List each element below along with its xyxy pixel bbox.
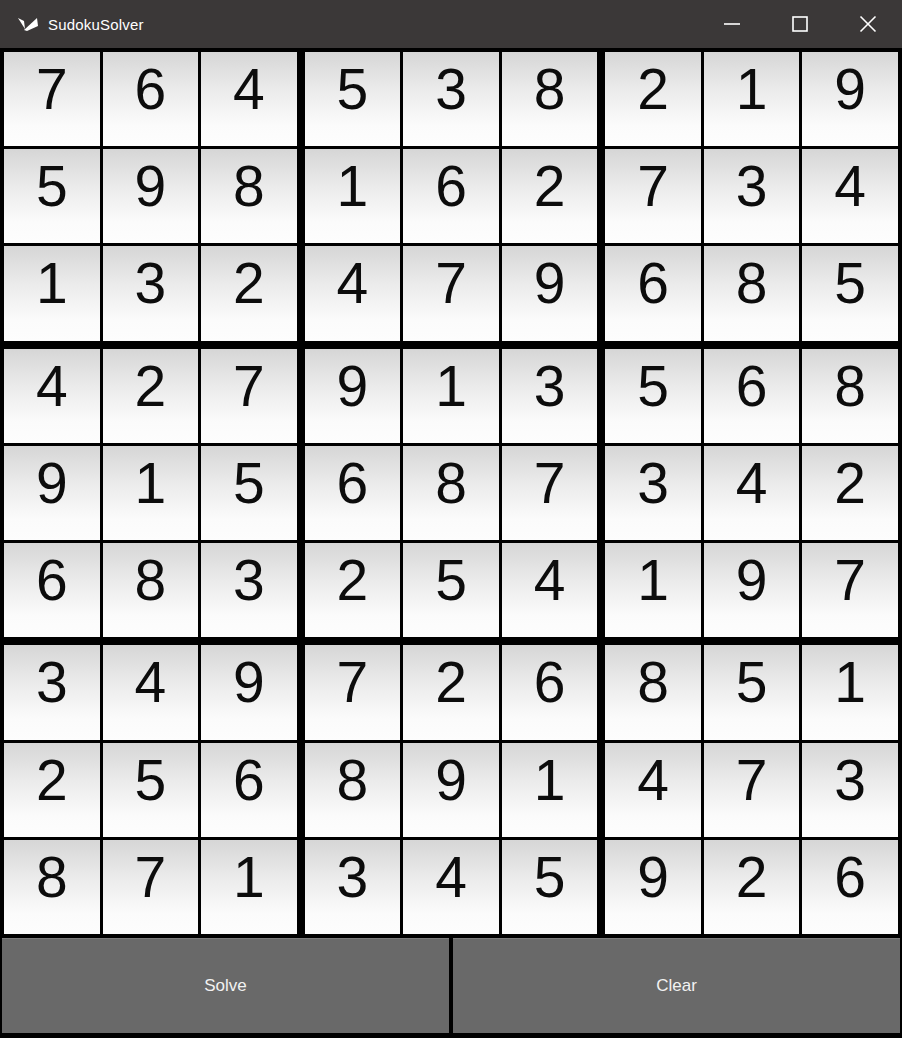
cell-r1c9[interactable]: 9: [802, 52, 898, 146]
cell-r9c9[interactable]: 6: [802, 840, 898, 934]
cell-r6c7[interactable]: 1: [605, 543, 701, 637]
cell-r3c9[interactable]: 5: [802, 246, 898, 340]
cell-r5c4[interactable]: 6: [305, 446, 401, 540]
minimize-button[interactable]: [698, 0, 766, 48]
cell-r3c7[interactable]: 6: [605, 246, 701, 340]
cell-r7c8[interactable]: 5: [704, 645, 800, 739]
cell-r7c3[interactable]: 9: [201, 645, 297, 739]
cell-r6c2[interactable]: 8: [103, 543, 199, 637]
cell-r3c8[interactable]: 8: [704, 246, 800, 340]
cell-r6c6[interactable]: 4: [502, 543, 598, 637]
cell-r1c3[interactable]: 4: [201, 52, 297, 146]
cell-r2c3[interactable]: 8: [201, 149, 297, 243]
cell-r4c6[interactable]: 3: [502, 349, 598, 443]
window-title: SudokuSolver: [48, 16, 144, 33]
cell-r5c2[interactable]: 1: [103, 446, 199, 540]
box-2: 538162479: [305, 52, 598, 341]
window-controls: [698, 0, 902, 48]
button-bar: Solve Clear: [0, 938, 902, 1038]
cell-r8c3[interactable]: 6: [201, 743, 297, 837]
close-button[interactable]: [834, 0, 902, 48]
cell-r2c5[interactable]: 6: [403, 149, 499, 243]
cell-r9c5[interactable]: 4: [403, 840, 499, 934]
box-8: 726891345: [305, 645, 598, 934]
box-1: 764598132: [4, 52, 297, 341]
cell-r6c5[interactable]: 5: [403, 543, 499, 637]
cell-r1c7[interactable]: 2: [605, 52, 701, 146]
cell-r1c2[interactable]: 6: [103, 52, 199, 146]
cell-r2c2[interactable]: 9: [103, 149, 199, 243]
cell-r4c1[interactable]: 4: [4, 349, 100, 443]
cell-r3c3[interactable]: 2: [201, 246, 297, 340]
cell-r2c4[interactable]: 1: [305, 149, 401, 243]
cell-r1c5[interactable]: 3: [403, 52, 499, 146]
sudoku-grid: 7645981325381624792197346854279156839136…: [0, 48, 902, 938]
cell-r8c9[interactable]: 3: [802, 743, 898, 837]
cell-r3c1[interactable]: 1: [4, 246, 100, 340]
cell-r9c4[interactable]: 3: [305, 840, 401, 934]
cell-r6c4[interactable]: 2: [305, 543, 401, 637]
cell-r4c7[interactable]: 5: [605, 349, 701, 443]
box-4: 427915683: [4, 349, 297, 638]
cell-r3c5[interactable]: 7: [403, 246, 499, 340]
cell-r5c5[interactable]: 8: [403, 446, 499, 540]
cell-r4c4[interactable]: 9: [305, 349, 401, 443]
cell-r5c1[interactable]: 9: [4, 446, 100, 540]
cell-r3c2[interactable]: 3: [103, 246, 199, 340]
cell-r7c1[interactable]: 3: [4, 645, 100, 739]
cell-r6c3[interactable]: 3: [201, 543, 297, 637]
cell-r5c8[interactable]: 4: [704, 446, 800, 540]
cell-r1c6[interactable]: 8: [502, 52, 598, 146]
maximize-button[interactable]: [766, 0, 834, 48]
cell-r9c7[interactable]: 9: [605, 840, 701, 934]
cell-r4c2[interactable]: 2: [103, 349, 199, 443]
cell-r9c2[interactable]: 7: [103, 840, 199, 934]
cell-r4c9[interactable]: 8: [802, 349, 898, 443]
title-bar: SudokuSolver: [0, 0, 902, 48]
cell-r1c4[interactable]: 5: [305, 52, 401, 146]
cell-r7c6[interactable]: 6: [502, 645, 598, 739]
cell-r2c7[interactable]: 7: [605, 149, 701, 243]
cell-r7c4[interactable]: 7: [305, 645, 401, 739]
clear-button[interactable]: Clear: [453, 938, 900, 1033]
cell-r5c9[interactable]: 2: [802, 446, 898, 540]
box-9: 851473926: [605, 645, 898, 934]
cell-r6c8[interactable]: 9: [704, 543, 800, 637]
cell-r4c3[interactable]: 7: [201, 349, 297, 443]
cell-r1c8[interactable]: 1: [704, 52, 800, 146]
cell-r7c2[interactable]: 4: [103, 645, 199, 739]
app-icon: [17, 13, 39, 35]
cell-r8c2[interactable]: 5: [103, 743, 199, 837]
cell-r8c7[interactable]: 4: [605, 743, 701, 837]
cell-r2c8[interactable]: 3: [704, 149, 800, 243]
cell-r7c5[interactable]: 2: [403, 645, 499, 739]
cell-r6c1[interactable]: 6: [4, 543, 100, 637]
cell-r9c8[interactable]: 2: [704, 840, 800, 934]
cell-r8c8[interactable]: 7: [704, 743, 800, 837]
cell-r2c9[interactable]: 4: [802, 149, 898, 243]
cell-r8c5[interactable]: 9: [403, 743, 499, 837]
cell-r8c1[interactable]: 2: [4, 743, 100, 837]
cell-r3c6[interactable]: 9: [502, 246, 598, 340]
cell-r4c8[interactable]: 6: [704, 349, 800, 443]
cell-r4c5[interactable]: 1: [403, 349, 499, 443]
cell-r5c7[interactable]: 3: [605, 446, 701, 540]
cell-r9c1[interactable]: 8: [4, 840, 100, 934]
cell-r2c6[interactable]: 2: [502, 149, 598, 243]
cell-r8c4[interactable]: 8: [305, 743, 401, 837]
box-7: 349256871: [4, 645, 297, 934]
cell-r6c9[interactable]: 7: [802, 543, 898, 637]
cell-r5c3[interactable]: 5: [201, 446, 297, 540]
box-5: 913687254: [305, 349, 598, 638]
cell-r9c3[interactable]: 1: [201, 840, 297, 934]
box-3: 219734685: [605, 52, 898, 341]
cell-r5c6[interactable]: 7: [502, 446, 598, 540]
box-6: 568342197: [605, 349, 898, 638]
cell-r1c1[interactable]: 7: [4, 52, 100, 146]
solve-button[interactable]: Solve: [2, 938, 449, 1033]
cell-r7c9[interactable]: 1: [802, 645, 898, 739]
cell-r3c4[interactable]: 4: [305, 246, 401, 340]
cell-r9c6[interactable]: 5: [502, 840, 598, 934]
cell-r2c1[interactable]: 5: [4, 149, 100, 243]
cell-r8c6[interactable]: 1: [502, 743, 598, 837]
cell-r7c7[interactable]: 8: [605, 645, 701, 739]
